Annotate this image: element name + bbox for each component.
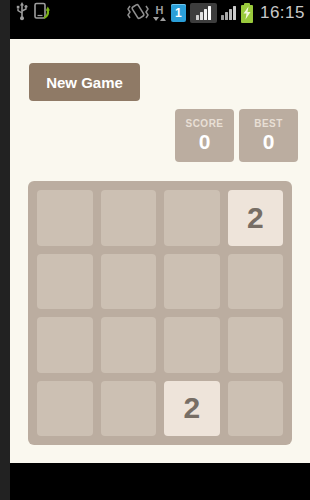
signal-icon [221,6,236,20]
clock: 16:15 [260,3,305,23]
network-type-letter: H [155,5,163,16]
score-row: SCORE 0 BEST 0 [10,109,298,162]
board-cell-empty [228,254,284,310]
sim1-badge: 1 [171,4,186,22]
best-box: BEST 0 [239,109,298,162]
battery-charging-icon [241,3,253,23]
tile-2: 2 [164,381,220,437]
status-bar[interactable]: H 1 [10,0,310,39]
score-box: SCORE 0 [175,109,234,162]
best-label: BEST [254,118,283,130]
board-cell-empty [101,317,157,373]
board-cell-empty [37,190,93,246]
board-cell-empty [164,254,220,310]
board-cell-empty [101,381,157,437]
tile-2: 2 [228,190,284,246]
up-arrow-icon [160,17,166,21]
game-area: New Game SCORE 0 BEST 0 22 [10,39,310,463]
hspa-network-icon: H [153,5,166,21]
usb-icon [15,1,29,25]
board-cell-empty [101,190,157,246]
down-arrow-icon [153,17,159,21]
new-game-button[interactable]: New Game [29,63,140,101]
board-cell-empty [37,381,93,437]
board-cell-empty [228,381,284,437]
signal-boxed-icon [190,3,217,23]
board-cell-empty [101,254,157,310]
board-cell-empty [37,254,93,310]
board[interactable]: 22 [28,181,292,445]
navigation-bar [10,463,310,500]
board-cell-empty [164,190,220,246]
phone-screen: H 1 [10,0,310,500]
board-cell-empty [37,317,93,373]
board-cell-empty [228,317,284,373]
best-value: 0 [263,130,275,153]
score-value: 0 [199,130,211,153]
device-connected-icon [33,1,51,25]
board-cell-empty [164,317,220,373]
score-label: SCORE [185,118,223,130]
vibrate-icon [127,2,149,25]
